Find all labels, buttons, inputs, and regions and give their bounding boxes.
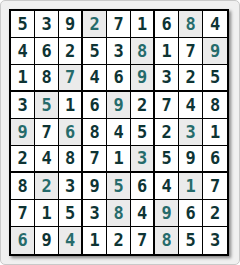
cell-r2c6[interactable]: 8 <box>131 38 155 65</box>
cell-r9c9[interactable]: 3 <box>203 227 227 254</box>
cell-r4c8[interactable]: 4 <box>179 92 203 119</box>
cell-r1c5[interactable]: 7 <box>107 11 131 38</box>
cell-r3c1[interactable]: 1 <box>11 65 35 92</box>
cell-r5c5[interactable]: 4 <box>107 119 131 146</box>
cell-r1c9[interactable]: 4 <box>203 11 227 38</box>
cell-r4c6[interactable]: 2 <box>131 92 155 119</box>
cell-r4c9[interactable]: 8 <box>203 92 227 119</box>
cell-r2c2[interactable]: 6 <box>35 38 59 65</box>
cell-r8c4[interactable]: 3 <box>83 200 107 227</box>
cell-r5c1[interactable]: 9 <box>11 119 35 146</box>
cell-r8c3[interactable]: 5 <box>59 200 83 227</box>
cell-r4c3[interactable]: 1 <box>59 92 83 119</box>
cell-r2c3[interactable]: 2 <box>59 38 83 65</box>
cell-r1c3[interactable]: 9 <box>59 11 83 38</box>
cell-r6c7[interactable]: 5 <box>155 146 179 173</box>
cell-r3c7[interactable]: 3 <box>155 65 179 92</box>
cell-r2c5[interactable]: 3 <box>107 38 131 65</box>
cell-r8c8[interactable]: 6 <box>179 200 203 227</box>
cell-r9c1[interactable]: 6 <box>11 227 35 254</box>
cell-r5c8[interactable]: 3 <box>179 119 203 146</box>
cell-r4c1[interactable]: 3 <box>11 92 35 119</box>
cell-r2c1[interactable]: 4 <box>11 38 35 65</box>
cell-r5c3[interactable]: 6 <box>59 119 83 146</box>
cell-r1c2[interactable]: 3 <box>35 11 59 38</box>
cell-r9c6[interactable]: 7 <box>131 227 155 254</box>
cell-r9c4[interactable]: 1 <box>83 227 107 254</box>
cell-r3c2[interactable]: 8 <box>35 65 59 92</box>
cell-r8c2[interactable]: 1 <box>35 200 59 227</box>
cell-r7c1[interactable]: 8 <box>11 173 35 200</box>
cell-r1c7[interactable]: 6 <box>155 11 179 38</box>
cell-r6c9[interactable]: 6 <box>203 146 227 173</box>
cell-r1c4[interactable]: 2 <box>83 11 107 38</box>
cell-r2c9[interactable]: 9 <box>203 38 227 65</box>
cell-r7c6[interactable]: 6 <box>131 173 155 200</box>
cell-r9c7[interactable]: 8 <box>155 227 179 254</box>
cell-r3c4[interactable]: 4 <box>83 65 107 92</box>
cell-r3c5[interactable]: 6 <box>107 65 131 92</box>
cell-r6c1[interactable]: 2 <box>11 146 35 173</box>
cell-r2c8[interactable]: 7 <box>179 38 203 65</box>
cell-r3c9[interactable]: 5 <box>203 65 227 92</box>
cell-r9c8[interactable]: 5 <box>179 227 203 254</box>
cell-r7c5[interactable]: 5 <box>107 173 131 200</box>
cell-r2c4[interactable]: 5 <box>83 38 107 65</box>
cell-r5c7[interactable]: 2 <box>155 119 179 146</box>
cell-r7c2[interactable]: 2 <box>35 173 59 200</box>
cell-r1c1[interactable]: 5 <box>11 11 35 38</box>
sudoku-page: 5392716844625381791874693253516927489768… <box>0 0 240 265</box>
cell-r7c3[interactable]: 3 <box>59 173 83 200</box>
cell-r1c6[interactable]: 1 <box>131 11 155 38</box>
cell-r9c5[interactable]: 2 <box>107 227 131 254</box>
cell-r3c6[interactable]: 9 <box>131 65 155 92</box>
cell-r8c7[interactable]: 9 <box>155 200 179 227</box>
sudoku-board: 5392716844625381791874693253516927489768… <box>9 9 229 256</box>
cell-r4c5[interactable]: 9 <box>107 92 131 119</box>
cell-r8c1[interactable]: 7 <box>11 200 35 227</box>
cell-r4c4[interactable]: 6 <box>83 92 107 119</box>
cell-r6c8[interactable]: 9 <box>179 146 203 173</box>
cell-r5c2[interactable]: 7 <box>35 119 59 146</box>
cell-r4c7[interactable]: 7 <box>155 92 179 119</box>
cell-r7c4[interactable]: 9 <box>83 173 107 200</box>
cell-r7c7[interactable]: 4 <box>155 173 179 200</box>
cell-r8c6[interactable]: 4 <box>131 200 155 227</box>
cell-r6c3[interactable]: 8 <box>59 146 83 173</box>
cell-r7c9[interactable]: 7 <box>203 173 227 200</box>
cell-r8c9[interactable]: 2 <box>203 200 227 227</box>
cell-r9c3[interactable]: 4 <box>59 227 83 254</box>
cell-r1c8[interactable]: 8 <box>179 11 203 38</box>
cell-r4c2[interactable]: 5 <box>35 92 59 119</box>
cell-r5c6[interactable]: 5 <box>131 119 155 146</box>
cell-r6c6[interactable]: 3 <box>131 146 155 173</box>
cell-r3c3[interactable]: 7 <box>59 65 83 92</box>
cell-r8c5[interactable]: 8 <box>107 200 131 227</box>
cell-r5c4[interactable]: 8 <box>83 119 107 146</box>
cell-r5c9[interactable]: 1 <box>203 119 227 146</box>
cell-r3c8[interactable]: 2 <box>179 65 203 92</box>
cell-r6c4[interactable]: 7 <box>83 146 107 173</box>
cell-r6c5[interactable]: 1 <box>107 146 131 173</box>
cell-r6c2[interactable]: 4 <box>35 146 59 173</box>
cell-r7c8[interactable]: 1 <box>179 173 203 200</box>
cell-r2c7[interactable]: 1 <box>155 38 179 65</box>
cell-r9c2[interactable]: 9 <box>35 227 59 254</box>
